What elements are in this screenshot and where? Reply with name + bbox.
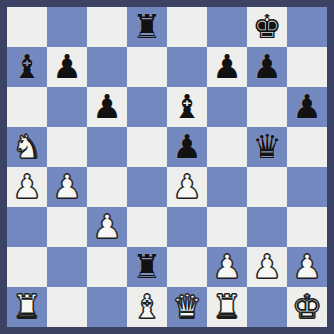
black-bishop-e6[interactable]: ♝ (172, 90, 202, 123)
chess-board: ♜♚♝♟♟♟♟♝♟♞♟♛♟♟♟♟♜♟♟♟♜♝♛♜♚ (7, 7, 327, 327)
square-e5[interactable]: ♟ (167, 127, 207, 167)
square-e4[interactable]: ♟ (167, 167, 207, 207)
square-a3[interactable] (7, 207, 47, 247)
square-c1[interactable] (87, 287, 127, 327)
square-c5[interactable] (87, 127, 127, 167)
black-pawn-f7[interactable]: ♟ (212, 50, 242, 83)
square-f1[interactable]: ♜ (207, 287, 247, 327)
square-h8[interactable] (287, 7, 327, 47)
white-pawn-c3[interactable]: ♟ (92, 210, 122, 243)
square-d3[interactable] (127, 207, 167, 247)
white-pawn-b4[interactable]: ♟ (52, 170, 82, 203)
square-h3[interactable] (287, 207, 327, 247)
square-e8[interactable] (167, 7, 207, 47)
square-f3[interactable] (207, 207, 247, 247)
black-pawn-e5[interactable]: ♟ (172, 130, 202, 163)
square-c4[interactable] (87, 167, 127, 207)
square-f8[interactable] (207, 7, 247, 47)
white-pawn-h2[interactable]: ♟ (292, 250, 322, 283)
square-a7[interactable]: ♝ (7, 47, 47, 87)
white-queen-e1[interactable]: ♛ (172, 290, 202, 323)
square-d5[interactable] (127, 127, 167, 167)
square-g8[interactable]: ♚ (247, 7, 287, 47)
square-h2[interactable]: ♟ (287, 247, 327, 287)
square-a2[interactable] (7, 247, 47, 287)
black-queen-g5[interactable]: ♛ (252, 130, 282, 163)
square-b1[interactable] (47, 287, 87, 327)
square-h6[interactable]: ♟ (287, 87, 327, 127)
white-rook-f1[interactable]: ♜ (212, 290, 242, 323)
square-g1[interactable] (247, 287, 287, 327)
square-h4[interactable] (287, 167, 327, 207)
white-pawn-a4[interactable]: ♟ (12, 170, 42, 203)
square-b6[interactable] (47, 87, 87, 127)
square-c7[interactable] (87, 47, 127, 87)
square-g4[interactable] (247, 167, 287, 207)
square-b3[interactable] (47, 207, 87, 247)
white-pawn-f2[interactable]: ♟ (212, 250, 242, 283)
square-a4[interactable]: ♟ (7, 167, 47, 207)
white-pawn-e4[interactable]: ♟ (172, 170, 202, 203)
square-b5[interactable] (47, 127, 87, 167)
square-f7[interactable]: ♟ (207, 47, 247, 87)
square-e7[interactable] (167, 47, 207, 87)
square-f6[interactable] (207, 87, 247, 127)
black-rook-d2[interactable]: ♜ (132, 250, 162, 283)
square-c3[interactable]: ♟ (87, 207, 127, 247)
black-pawn-h6[interactable]: ♟ (292, 90, 322, 123)
square-g3[interactable] (247, 207, 287, 247)
square-f5[interactable] (207, 127, 247, 167)
square-d7[interactable] (127, 47, 167, 87)
black-pawn-b7[interactable]: ♟ (52, 50, 82, 83)
square-h5[interactable] (287, 127, 327, 167)
square-a1[interactable]: ♜ (7, 287, 47, 327)
square-d8[interactable]: ♜ (127, 7, 167, 47)
square-c2[interactable] (87, 247, 127, 287)
square-d6[interactable] (127, 87, 167, 127)
white-king-h1[interactable]: ♚ (292, 290, 322, 323)
square-a6[interactable] (7, 87, 47, 127)
white-pawn-g2[interactable]: ♟ (252, 250, 282, 283)
square-b8[interactable] (47, 7, 87, 47)
square-e1[interactable]: ♛ (167, 287, 207, 327)
square-h1[interactable]: ♚ (287, 287, 327, 327)
black-pawn-c6[interactable]: ♟ (92, 90, 122, 123)
white-knight-a5[interactable]: ♞ (12, 130, 42, 163)
black-king-g8[interactable]: ♚ (252, 10, 282, 43)
square-c8[interactable] (87, 7, 127, 47)
square-b4[interactable]: ♟ (47, 167, 87, 207)
square-d1[interactable]: ♝ (127, 287, 167, 327)
square-e2[interactable] (167, 247, 207, 287)
square-c6[interactable]: ♟ (87, 87, 127, 127)
black-bishop-a7[interactable]: ♝ (12, 50, 42, 83)
square-b7[interactable]: ♟ (47, 47, 87, 87)
white-rook-a1[interactable]: ♜ (12, 290, 42, 323)
square-g5[interactable]: ♛ (247, 127, 287, 167)
square-e6[interactable]: ♝ (167, 87, 207, 127)
white-bishop-d1[interactable]: ♝ (132, 290, 162, 323)
black-rook-d8[interactable]: ♜ (132, 10, 162, 43)
square-h7[interactable] (287, 47, 327, 87)
square-g7[interactable]: ♟ (247, 47, 287, 87)
square-e3[interactable] (167, 207, 207, 247)
square-a5[interactable]: ♞ (7, 127, 47, 167)
black-pawn-g7[interactable]: ♟ (252, 50, 282, 83)
square-f2[interactable]: ♟ (207, 247, 247, 287)
square-g2[interactable]: ♟ (247, 247, 287, 287)
square-a8[interactable] (7, 7, 47, 47)
square-g6[interactable] (247, 87, 287, 127)
board-frame: ♜♚♝♟♟♟♟♝♟♞♟♛♟♟♟♟♜♟♟♟♜♝♛♜♚ (0, 0, 334, 334)
square-d4[interactable] (127, 167, 167, 207)
square-b2[interactable] (47, 247, 87, 287)
square-f4[interactable] (207, 167, 247, 207)
square-d2[interactable]: ♜ (127, 247, 167, 287)
